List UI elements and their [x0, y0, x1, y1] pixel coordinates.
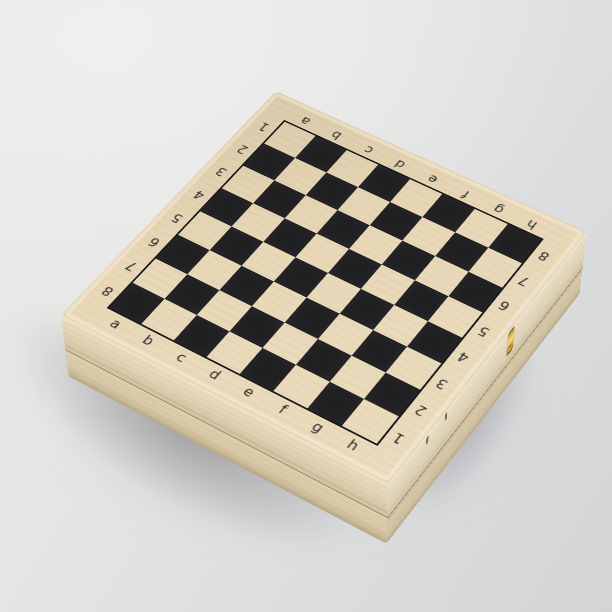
board-square [252, 282, 307, 323]
file-label: f [460, 188, 472, 199]
board-square [296, 339, 352, 382]
file-label: d [206, 368, 223, 382]
file-label: g [491, 202, 506, 215]
scene-3d: abcdefgh 12345678 87654321 abcdefgh [0, 0, 612, 612]
board-square [386, 347, 442, 390]
board-square [165, 274, 220, 315]
board-square [273, 365, 329, 409]
board-square [373, 305, 428, 347]
rank-label: 7 [517, 274, 533, 287]
file-label: h [344, 438, 361, 453]
board-square [285, 298, 340, 339]
file-label: g [309, 420, 326, 435]
board-square [340, 289, 395, 330]
board-top-face: abcdefgh 12345678 87654321 abcdefgh [61, 91, 587, 484]
rank-label: 4 [192, 188, 208, 200]
board-square [197, 290, 252, 331]
file-label: d [393, 158, 408, 170]
board-square [364, 373, 420, 417]
file-label: a [298, 115, 313, 127]
file-label: b [140, 334, 157, 348]
rank-label: 2 [236, 143, 252, 155]
board-square [428, 296, 482, 337]
latch-slot [426, 435, 428, 445]
rank-label: 6 [497, 299, 513, 313]
chess-box: abcdefgh 12345678 87654321 abcdefgh [61, 91, 587, 484]
board-square [407, 321, 462, 363]
board-square [448, 272, 502, 313]
file-label: f [276, 403, 289, 416]
rank-label: 8 [537, 249, 553, 262]
rank-label: 3 [214, 165, 230, 177]
board-square [394, 280, 448, 321]
board-square [307, 382, 364, 426]
photo-background: abcdefgh 12345678 87654321 abcdefgh [0, 0, 612, 612]
board-square [109, 283, 164, 324]
rank-label: 1 [257, 121, 272, 133]
board-square [141, 299, 196, 341]
board-square [318, 314, 373, 356]
file-label: c [362, 143, 376, 155]
board-square [262, 323, 317, 365]
board-square [352, 330, 407, 372]
rank-label: 6 [147, 235, 163, 248]
board-square [307, 273, 361, 314]
file-label: h [525, 218, 540, 231]
rank-label: 2 [413, 403, 430, 418]
rank-label: 4 [456, 350, 472, 364]
file-label: e [426, 172, 441, 184]
rank-label: 5 [170, 211, 186, 224]
board-square [207, 331, 263, 374]
rank-label: 5 [477, 324, 493, 338]
file-label: e [240, 385, 257, 399]
rank-label: 8 [100, 284, 117, 297]
rank-label: 1 [391, 430, 408, 445]
file-label: c [173, 351, 189, 365]
board-square [342, 399, 399, 444]
file-label: b [330, 129, 345, 141]
board-square [174, 315, 230, 357]
rank-label: 3 [435, 376, 452, 390]
file-label: a [107, 317, 124, 331]
board-square [240, 348, 296, 391]
rank-label: 7 [124, 259, 141, 272]
latch-slot [445, 411, 447, 421]
board-square [229, 306, 284, 348]
board-square [330, 356, 386, 399]
